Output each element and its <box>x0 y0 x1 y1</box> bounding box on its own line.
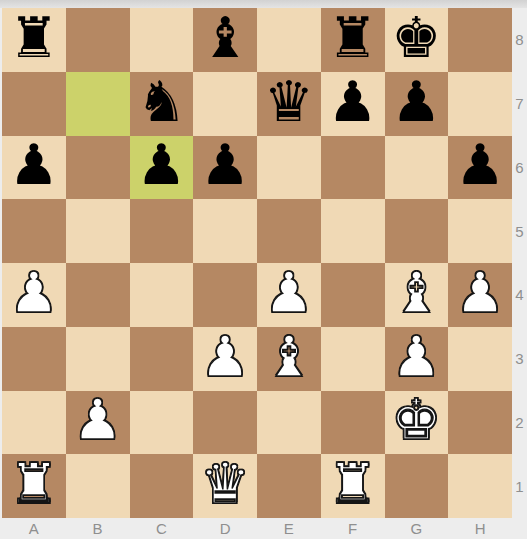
rank-label-1: 1 <box>512 454 527 518</box>
square-d2[interactable] <box>193 391 257 455</box>
square-e8[interactable] <box>257 8 321 72</box>
square-d1[interactable]: ♛ <box>193 454 257 518</box>
square-b3[interactable] <box>66 327 130 391</box>
rank-label-3: 3 <box>512 327 527 391</box>
square-g8[interactable]: ♚ <box>385 8 449 72</box>
square-f8[interactable]: ♜ <box>321 8 385 72</box>
square-f4[interactable] <box>321 263 385 327</box>
piece-white-pawn[interactable]: ♟ <box>9 265 59 321</box>
square-f7[interactable]: ♟ <box>321 72 385 136</box>
square-a8[interactable]: ♜ <box>2 8 66 72</box>
square-g3[interactable]: ♟ <box>385 327 449 391</box>
square-g7[interactable]: ♟ <box>385 72 449 136</box>
piece-white-pawn[interactable]: ♟ <box>455 265 505 321</box>
piece-black-pawn[interactable]: ♟ <box>391 74 441 130</box>
square-g1[interactable] <box>385 454 449 518</box>
piece-black-king[interactable]: ♚ <box>391 10 441 66</box>
square-a6[interactable]: ♟ <box>2 136 66 200</box>
square-b2[interactable]: ♟ <box>66 391 130 455</box>
rank-label-5: 5 <box>512 199 527 263</box>
square-d8[interactable]: ♝ <box>193 8 257 72</box>
square-e4[interactable]: ♟ <box>257 263 321 327</box>
square-a5[interactable] <box>2 199 66 263</box>
piece-black-bishop[interactable]: ♝ <box>200 10 250 66</box>
square-e1[interactable] <box>257 454 321 518</box>
file-label-b: B <box>66 517 130 539</box>
square-c1[interactable] <box>130 454 194 518</box>
file-label-h: H <box>448 517 512 539</box>
square-h4[interactable]: ♟ <box>448 263 512 327</box>
file-label-g: G <box>385 517 449 539</box>
piece-black-pawn[interactable]: ♟ <box>136 137 186 193</box>
square-a4[interactable]: ♟ <box>2 263 66 327</box>
square-d3[interactable]: ♟ <box>193 327 257 391</box>
piece-white-bishop[interactable]: ♝ <box>391 265 441 321</box>
square-h5[interactable] <box>448 199 512 263</box>
square-c2[interactable] <box>130 391 194 455</box>
square-a3[interactable] <box>2 327 66 391</box>
square-e6[interactable] <box>257 136 321 200</box>
square-g6[interactable] <box>385 136 449 200</box>
rank-label-4: 4 <box>512 263 527 327</box>
file-labels: ABCDEFGH <box>2 517 512 539</box>
piece-black-pawn[interactable]: ♟ <box>200 137 250 193</box>
square-a2[interactable] <box>2 391 66 455</box>
square-h2[interactable] <box>448 391 512 455</box>
file-label-e: E <box>257 517 321 539</box>
piece-white-king[interactable]: ♚ <box>391 392 441 448</box>
piece-black-rook[interactable]: ♜ <box>9 10 59 66</box>
square-h1[interactable] <box>448 454 512 518</box>
square-g4[interactable]: ♝ <box>385 263 449 327</box>
piece-white-pawn[interactable]: ♟ <box>200 329 250 385</box>
square-h7[interactable] <box>448 72 512 136</box>
square-d5[interactable] <box>193 199 257 263</box>
square-e7[interactable]: ♛ <box>257 72 321 136</box>
file-label-d: D <box>193 517 257 539</box>
square-c4[interactable] <box>130 263 194 327</box>
piece-white-rook[interactable]: ♜ <box>9 456 59 512</box>
piece-black-rook[interactable]: ♜ <box>328 10 378 66</box>
square-g5[interactable] <box>385 199 449 263</box>
square-h6[interactable]: ♟ <box>448 136 512 200</box>
square-h3[interactable] <box>448 327 512 391</box>
piece-black-queen[interactable]: ♛ <box>264 74 314 130</box>
square-c8[interactable] <box>130 8 194 72</box>
square-e5[interactable] <box>257 199 321 263</box>
file-label-a: A <box>2 517 66 539</box>
square-f5[interactable] <box>321 199 385 263</box>
rank-label-8: 8 <box>512 8 527 72</box>
square-b8[interactable] <box>66 8 130 72</box>
square-g2[interactable]: ♚ <box>385 391 449 455</box>
rank-labels: 87654321 <box>512 8 527 518</box>
file-label-c: C <box>130 517 194 539</box>
piece-black-pawn[interactable]: ♟ <box>455 137 505 193</box>
piece-white-pawn[interactable]: ♟ <box>264 265 314 321</box>
rank-label-7: 7 <box>512 72 527 136</box>
square-f6[interactable] <box>321 136 385 200</box>
square-c7[interactable]: ♞ <box>130 72 194 136</box>
square-h8[interactable] <box>448 8 512 72</box>
square-d7[interactable] <box>193 72 257 136</box>
square-b1[interactable] <box>66 454 130 518</box>
square-c3[interactable] <box>130 327 194 391</box>
square-b4[interactable] <box>66 263 130 327</box>
piece-white-bishop[interactable]: ♝ <box>264 329 314 385</box>
square-a1[interactable]: ♜ <box>2 454 66 518</box>
file-label-f: F <box>321 517 385 539</box>
square-e2[interactable] <box>257 391 321 455</box>
square-c6[interactable]: ♟ <box>130 136 194 200</box>
square-b5[interactable] <box>66 199 130 263</box>
rank-label-2: 2 <box>512 391 527 455</box>
square-e3[interactable]: ♝ <box>257 327 321 391</box>
square-a7[interactable] <box>2 72 66 136</box>
piece-black-pawn[interactable]: ♟ <box>328 74 378 130</box>
square-f2[interactable] <box>321 391 385 455</box>
square-d6[interactable]: ♟ <box>193 136 257 200</box>
square-f3[interactable] <box>321 327 385 391</box>
square-b6[interactable] <box>66 136 130 200</box>
chess-board: ♜♝♜♚♞♛♟♟♟♟♟♟♟♟♝♟♟♝♟♟♚♜♛♜ <box>2 8 512 518</box>
rank-label-6: 6 <box>512 136 527 200</box>
piece-black-knight[interactable]: ♞ <box>136 74 186 130</box>
piece-white-rook[interactable]: ♜ <box>328 456 378 512</box>
piece-black-pawn[interactable]: ♟ <box>9 137 59 193</box>
square-b7[interactable] <box>66 72 130 136</box>
square-c5[interactable] <box>130 199 194 263</box>
square-f1[interactable]: ♜ <box>321 454 385 518</box>
square-d4[interactable] <box>193 263 257 327</box>
piece-white-queen[interactable]: ♛ <box>200 456 250 512</box>
piece-white-pawn[interactable]: ♟ <box>391 329 441 385</box>
chess-app: ♜♝♜♚♞♛♟♟♟♟♟♟♟♟♝♟♟♝♟♟♚♜♛♜ 87654321 ABCDEF… <box>0 0 527 539</box>
top-bar <box>0 0 527 8</box>
piece-white-pawn[interactable]: ♟ <box>73 392 123 448</box>
